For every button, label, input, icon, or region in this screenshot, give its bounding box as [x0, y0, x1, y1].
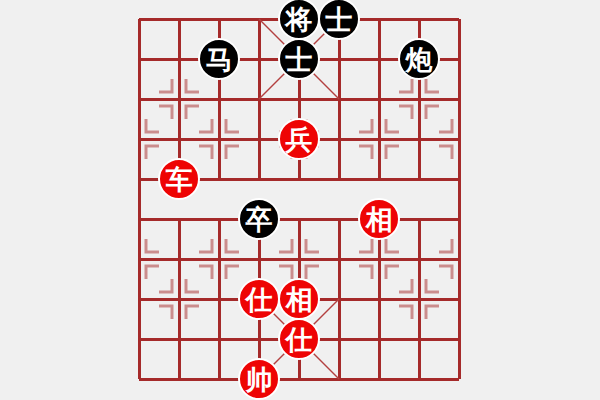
piece-red-general[interactable]: 帅 [238, 358, 280, 400]
piece-black-soldier[interactable]: 卒 [238, 198, 280, 240]
piece-red-elephant[interactable]: 相 [358, 198, 400, 240]
piece-red-soldier[interactable]: 兵 [278, 118, 320, 160]
xiangqi-app: 将士马士炮兵车卒相仕相仕帅 [0, 0, 600, 400]
piece-black-advisor[interactable]: 士 [318, 0, 360, 40]
piece-red-advisor[interactable]: 仕 [278, 318, 320, 360]
piece-black-advisor[interactable]: 士 [278, 38, 320, 80]
pieces-layer: 将士马士炮兵车卒相仕相仕帅 [119, 0, 479, 399]
piece-black-general[interactable]: 将 [278, 0, 320, 40]
xiangqi-board[interactable]: 将士马士炮兵车卒相仕相仕帅 [119, 0, 479, 399]
piece-red-chariot[interactable]: 车 [158, 158, 200, 200]
piece-red-elephant[interactable]: 相 [278, 278, 320, 320]
piece-black-horse[interactable]: 马 [198, 38, 240, 80]
piece-black-cannon[interactable]: 炮 [398, 38, 440, 80]
piece-red-advisor[interactable]: 仕 [238, 278, 280, 320]
